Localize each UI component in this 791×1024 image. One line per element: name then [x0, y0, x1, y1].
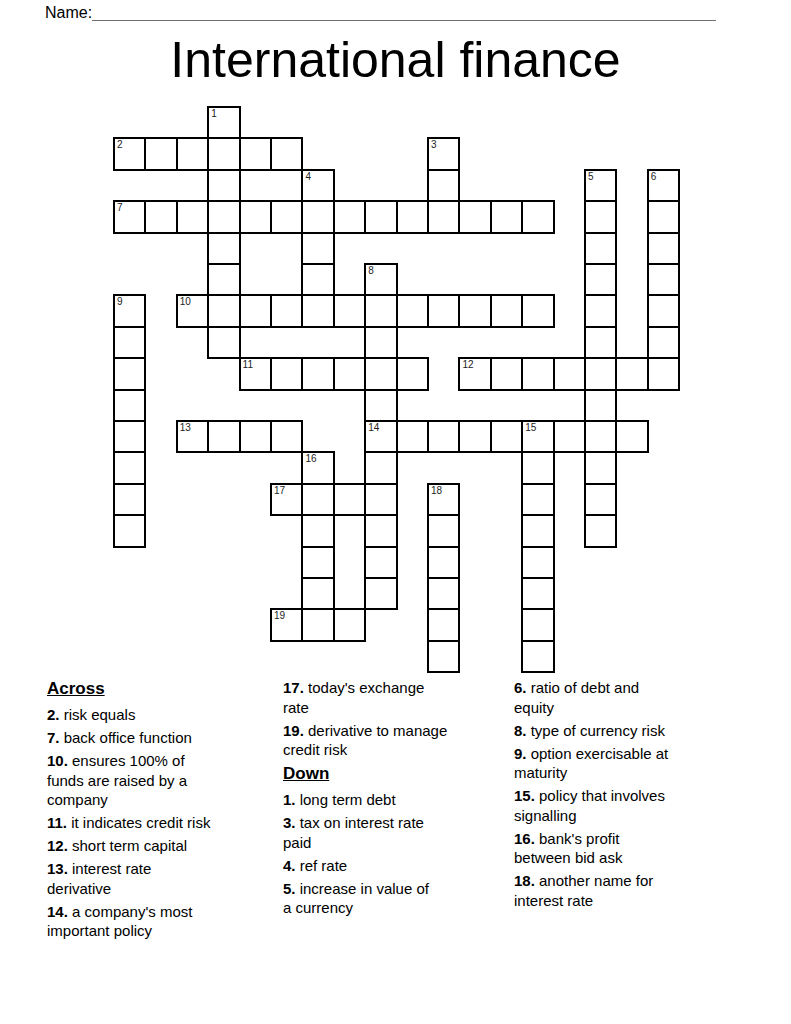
clue-down-15: 15. policy that involvessignalling	[514, 786, 732, 825]
cell-r16c5[interactable]: 19	[270, 608, 303, 641]
cell-r10c16[interactable]	[615, 420, 648, 453]
clue-down-1: 1. long term debt	[283, 790, 505, 810]
cell-r12c8[interactable]	[364, 483, 397, 516]
cell-r10c9[interactable]	[396, 420, 429, 453]
cell-r6c17[interactable]	[647, 294, 680, 327]
cell-r1c1[interactable]	[144, 137, 177, 170]
cell-r3c13[interactable]	[521, 200, 554, 233]
puzzle-title: International finance	[0, 33, 791, 87]
clue-number: 8.	[514, 722, 527, 739]
cell-r10c8[interactable]: 14	[364, 420, 397, 453]
cell-r4c15[interactable]	[584, 232, 617, 265]
cell-r3c6[interactable]	[301, 200, 334, 233]
cell-r11c8[interactable]	[364, 451, 397, 484]
clue-number: 18.	[514, 872, 535, 889]
name-underline[interactable]	[92, 4, 716, 21]
clue-down-6: 6. ratio of debt andequity	[514, 678, 732, 717]
clue-number: 19.	[283, 722, 304, 739]
clue-number: 16.	[514, 830, 535, 847]
cell-r8c4[interactable]: 11	[239, 357, 272, 390]
cell-r6c9[interactable]	[396, 294, 429, 327]
cell-r9c0[interactable]	[113, 389, 146, 422]
cell-r2c10[interactable]	[427, 169, 460, 202]
cell-r12c15[interactable]	[584, 483, 617, 516]
cell-r10c10[interactable]	[427, 420, 460, 453]
cell-r6c10[interactable]	[427, 294, 460, 327]
cell-r5c3[interactable]	[207, 263, 240, 296]
cell-number-11: 11	[243, 359, 253, 371]
cell-r3c9[interactable]	[396, 200, 429, 233]
cell-number-19: 19	[274, 610, 285, 622]
cell-r10c14[interactable]	[553, 420, 586, 453]
cell-r1c5[interactable]	[270, 137, 303, 170]
worksheet-page: Name: International finance 123456789101…	[0, 0, 791, 1024]
down-heading: Down	[283, 763, 505, 785]
cell-number-14: 14	[368, 422, 379, 434]
cell-r13c10[interactable]	[427, 514, 460, 547]
cell-r12c0[interactable]	[113, 483, 146, 516]
cell-r8c9[interactable]	[396, 357, 429, 390]
cell-r7c15[interactable]	[584, 326, 617, 359]
cell-r8c0[interactable]	[113, 357, 146, 390]
cell-number-1: 1	[211, 108, 217, 120]
cell-r10c11[interactable]	[458, 420, 491, 453]
clue-number: 17.	[283, 679, 304, 696]
clue-down-9: 9. option exercisable atmaturity	[514, 744, 732, 783]
clue-number: 6.	[514, 679, 527, 696]
clue-down-18: 18. another name forinterest rate	[514, 871, 732, 910]
cell-r3c0[interactable]: 7	[113, 200, 146, 233]
cell-r8c11[interactable]: 12	[458, 357, 491, 390]
clue-number: 15.	[514, 787, 535, 804]
cell-r10c13[interactable]: 15	[521, 420, 554, 453]
cell-number-9: 9	[117, 296, 123, 308]
cell-r16c6[interactable]	[301, 608, 334, 641]
cell-r14c13[interactable]	[521, 546, 554, 579]
cell-number-18: 18	[431, 485, 442, 497]
cell-number-4: 4	[305, 171, 311, 183]
cell-r16c13[interactable]	[521, 608, 554, 641]
cell-r1c0[interactable]: 2	[113, 137, 146, 170]
cell-r14c8[interactable]	[364, 546, 397, 579]
cell-r5c6[interactable]	[301, 263, 334, 296]
cell-r17c13[interactable]	[521, 640, 554, 673]
clue-number: 10.	[47, 752, 68, 769]
cell-r1c3[interactable]	[207, 137, 240, 170]
cell-r8c14[interactable]	[553, 357, 586, 390]
cell-r2c3[interactable]	[207, 169, 240, 202]
clue-number: 1.	[283, 791, 296, 808]
clues-column-3: 6. ratio of debt andequity8. type of cur…	[514, 678, 732, 914]
cell-r6c4[interactable]	[239, 294, 272, 327]
cell-r8c7[interactable]	[333, 357, 366, 390]
cell-number-12: 12	[462, 359, 473, 371]
cell-r14c6[interactable]	[301, 546, 334, 579]
crossword-grid: 12345678910111213141516171819	[113, 106, 681, 674]
clue-number: 13.	[47, 860, 68, 877]
cell-r3c5[interactable]	[270, 200, 303, 233]
cell-r11c6[interactable]: 16	[301, 451, 334, 484]
cell-r15c8[interactable]	[364, 577, 397, 610]
cell-r3c10[interactable]	[427, 200, 460, 233]
cell-r8c15[interactable]	[584, 357, 617, 390]
cell-r9c15[interactable]	[584, 389, 617, 422]
cell-r13c6[interactable]	[301, 514, 334, 547]
clue-number: 12.	[47, 837, 68, 854]
cell-r6c7[interactable]	[333, 294, 366, 327]
cell-r10c3[interactable]	[207, 420, 240, 453]
cell-r6c3[interactable]	[207, 294, 240, 327]
cell-r6c13[interactable]	[521, 294, 554, 327]
clue-number: 5.	[283, 880, 296, 897]
cell-r4c3[interactable]	[207, 232, 240, 265]
cell-r6c8[interactable]	[364, 294, 397, 327]
cell-r3c1[interactable]	[144, 200, 177, 233]
clue-number: 4.	[283, 857, 296, 874]
cell-number-6: 6	[651, 171, 657, 183]
cell-r6c2[interactable]: 10	[176, 294, 209, 327]
cell-r3c17[interactable]	[647, 200, 680, 233]
cell-r3c7[interactable]	[333, 200, 366, 233]
clue-across-19: 19. derivative to managecredit risk	[283, 721, 505, 760]
cell-r10c4[interactable]	[239, 420, 272, 453]
cell-r2c15[interactable]: 5	[584, 169, 617, 202]
cell-number-10: 10	[180, 296, 191, 308]
cell-r15c6[interactable]	[301, 577, 334, 610]
cell-r6c5[interactable]	[270, 294, 303, 327]
cell-r6c0[interactable]: 9	[113, 294, 146, 327]
cell-r12c7[interactable]	[333, 483, 366, 516]
cell-r1c2[interactable]	[176, 137, 209, 170]
cell-r3c15[interactable]	[584, 200, 617, 233]
cell-r3c3[interactable]	[207, 200, 240, 233]
cell-r13c0[interactable]	[113, 514, 146, 547]
cell-r8c5[interactable]	[270, 357, 303, 390]
cell-r1c10[interactable]: 3	[427, 137, 460, 170]
cell-r12c13[interactable]	[521, 483, 554, 516]
cell-r17c10[interactable]	[427, 640, 460, 673]
cell-r3c11[interactable]	[458, 200, 491, 233]
cell-number-16: 16	[305, 453, 316, 465]
cell-r9c8[interactable]	[364, 389, 397, 422]
cell-r10c12[interactable]	[490, 420, 523, 453]
cell-r7c17[interactable]	[647, 326, 680, 359]
clue-number: 11.	[47, 814, 67, 831]
cell-r16c10[interactable]	[427, 608, 460, 641]
cell-r6c12[interactable]	[490, 294, 523, 327]
cell-r0c3[interactable]: 1	[207, 106, 240, 139]
clues-column-2: 17. today's exchangerate19. derivative t…	[283, 678, 505, 921]
cell-r6c15[interactable]	[584, 294, 617, 327]
clue-down-5: 5. increase in value ofa currency	[283, 879, 505, 918]
cell-r5c15[interactable]	[584, 263, 617, 296]
clue-across-11: 11. it indicates credit risk	[47, 813, 279, 833]
clue-down-16: 16. bank's profitbetween bid ask	[514, 829, 732, 868]
cell-r3c8[interactable]	[364, 200, 397, 233]
cell-number-17: 17	[274, 485, 285, 497]
cell-r8c16[interactable]	[615, 357, 648, 390]
name-label: Name:	[45, 4, 92, 22]
cell-r15c10[interactable]	[427, 577, 460, 610]
cell-r12c10[interactable]: 18	[427, 483, 460, 516]
cell-number-13: 13	[180, 422, 191, 434]
clues-column-1: Across2. risk equals7. back office funct…	[47, 678, 279, 944]
cell-r5c17[interactable]	[647, 263, 680, 296]
cell-r14c10[interactable]	[427, 546, 460, 579]
cell-r3c4[interactable]	[239, 200, 272, 233]
clue-across-10: 10. ensures 100% offunds are raised by a…	[47, 751, 279, 810]
clue-down-4: 4. ref rate	[283, 856, 505, 876]
clue-across-14: 14. a company's mostimportant policy	[47, 902, 279, 941]
clue-across-13: 13. interest ratederivative	[47, 859, 279, 898]
cell-r1c4[interactable]	[239, 137, 272, 170]
cell-r8c17[interactable]	[647, 357, 680, 390]
clue-down-8: 8. type of currency risk	[514, 721, 732, 741]
cell-r10c2[interactable]: 13	[176, 420, 209, 453]
cell-r10c15[interactable]	[584, 420, 617, 453]
cell-r10c0[interactable]	[113, 420, 146, 453]
cell-r13c13[interactable]	[521, 514, 554, 547]
clue-down-3: 3. tax on interest ratepaid	[283, 813, 505, 852]
cell-r13c8[interactable]	[364, 514, 397, 547]
cell-r8c6[interactable]	[301, 357, 334, 390]
cell-r2c6[interactable]: 4	[301, 169, 334, 202]
clue-number: 9.	[514, 745, 527, 762]
cell-r8c13[interactable]	[521, 357, 554, 390]
cell-r11c15[interactable]	[584, 451, 617, 484]
cell-r5c8[interactable]: 8	[364, 263, 397, 296]
cell-r4c6[interactable]	[301, 232, 334, 265]
cell-r8c8[interactable]	[364, 357, 397, 390]
cell-number-3: 3	[431, 139, 437, 151]
cell-r7c8[interactable]	[364, 326, 397, 359]
cell-number-7: 7	[117, 202, 123, 214]
cell-r15c13[interactable]	[521, 577, 554, 610]
cell-r12c5[interactable]: 17	[270, 483, 303, 516]
clue-across-7: 7. back office function	[47, 728, 279, 748]
clue-number: 2.	[47, 706, 60, 723]
cell-r7c3[interactable]	[207, 326, 240, 359]
cell-r10c5[interactable]	[270, 420, 303, 453]
cell-r12c6[interactable]	[301, 483, 334, 516]
cell-number-5: 5	[588, 171, 594, 183]
clue-across-2: 2. risk equals	[47, 705, 279, 725]
cell-r16c7[interactable]	[333, 608, 366, 641]
cell-r6c6[interactable]	[301, 294, 334, 327]
cell-number-15: 15	[525, 422, 536, 434]
cell-r8c12[interactable]	[490, 357, 523, 390]
clue-across-17: 17. today's exchangerate	[283, 678, 505, 717]
clue-across-12: 12. short term capital	[47, 836, 279, 856]
cell-r4c17[interactable]	[647, 232, 680, 265]
cell-r11c13[interactable]	[521, 451, 554, 484]
cell-r6c11[interactable]	[458, 294, 491, 327]
cell-r13c15[interactable]	[584, 514, 617, 547]
clue-number: 14.	[47, 903, 68, 920]
cell-r3c2[interactable]	[176, 200, 209, 233]
cell-r7c0[interactable]	[113, 326, 146, 359]
cell-number-8: 8	[368, 265, 374, 277]
cell-r11c0[interactable]	[113, 451, 146, 484]
clue-number: 7.	[47, 729, 60, 746]
cell-r3c12[interactable]	[490, 200, 523, 233]
across-heading: Across	[47, 678, 279, 700]
clue-number: 3.	[283, 814, 296, 831]
cell-r2c17[interactable]: 6	[647, 169, 680, 202]
cell-number-2: 2	[117, 139, 123, 151]
